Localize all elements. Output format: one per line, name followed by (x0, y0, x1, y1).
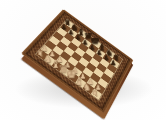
white-rook-h1[interactable]: ♜ (90, 87, 100, 97)
product-photo-scene: ♜♞♝♛♚♝♞♜♟♟♟♟♟♟♟♟♟♟♟♟♟♟♟♟♜♞♝♛♚♝♞♜ (0, 0, 166, 120)
chess-board-wrapper: ♜♞♝♛♚♝♞♜♟♟♟♟♟♟♟♟♟♟♟♟♟♟♟♟♜♞♝♛♚♝♞♜ (35, 10, 129, 104)
playing-field: ♜♞♝♛♚♝♞♜♟♟♟♟♟♟♟♟♟♟♟♟♟♟♟♟♜♞♝♛♚♝♞♜ (36, 20, 122, 100)
